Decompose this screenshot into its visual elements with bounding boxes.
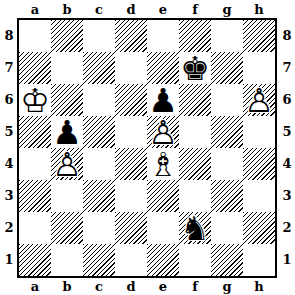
chess-diagram: ♚♚♚♔♟♟♟♙♟♟♟♙♟♙♝♗♞♞ aabbccddeeffgghh88776… bbox=[0, 0, 295, 295]
file-label-bottom-f: f bbox=[179, 279, 211, 294]
rank-label-left-8: 8 bbox=[1, 20, 17, 52]
square-a4[interactable] bbox=[19, 148, 51, 180]
rank-label-right-3: 3 bbox=[279, 180, 295, 212]
rank-label-left-1: 1 bbox=[1, 244, 17, 276]
black-knight: ♞ bbox=[179, 212, 211, 244]
square-h3[interactable] bbox=[243, 180, 275, 212]
rank-label-right-6: 6 bbox=[279, 84, 295, 116]
black-king-halo: ♚ bbox=[179, 52, 211, 84]
square-f2[interactable]: ♞♞ bbox=[179, 212, 211, 244]
rank-label-right-2: 2 bbox=[279, 212, 295, 244]
square-h4[interactable] bbox=[243, 148, 275, 180]
rank-label-right-1: 1 bbox=[279, 244, 295, 276]
square-e6[interactable]: ♟♟ bbox=[147, 84, 179, 116]
square-e7[interactable] bbox=[147, 52, 179, 84]
square-h8[interactable] bbox=[243, 20, 275, 52]
square-c1[interactable] bbox=[83, 244, 115, 276]
rank-label-right-8: 8 bbox=[279, 20, 295, 52]
square-b1[interactable] bbox=[51, 244, 83, 276]
square-c8[interactable] bbox=[83, 20, 115, 52]
white-pawn-halo: ♟ bbox=[51, 148, 83, 180]
square-a8[interactable] bbox=[19, 20, 51, 52]
rank-label-right-4: 4 bbox=[279, 148, 295, 180]
file-label-bottom-a: a bbox=[19, 279, 51, 294]
rank-label-left-7: 7 bbox=[1, 52, 17, 84]
file-label-top-h: h bbox=[243, 2, 275, 17]
square-b4[interactable]: ♟♙ bbox=[51, 148, 83, 180]
square-e2[interactable] bbox=[147, 212, 179, 244]
square-g3[interactable] bbox=[211, 180, 243, 212]
file-label-top-g: g bbox=[211, 2, 243, 17]
white-bishop: ♗ bbox=[147, 148, 179, 180]
rank-label-left-3: 3 bbox=[1, 180, 17, 212]
square-f5[interactable] bbox=[179, 116, 211, 148]
square-h7[interactable] bbox=[243, 52, 275, 84]
square-e8[interactable] bbox=[147, 20, 179, 52]
square-g8[interactable] bbox=[211, 20, 243, 52]
square-g2[interactable] bbox=[211, 212, 243, 244]
square-f4[interactable] bbox=[179, 148, 211, 180]
square-c3[interactable] bbox=[83, 180, 115, 212]
file-label-top-f: f bbox=[179, 2, 211, 17]
square-d3[interactable] bbox=[115, 180, 147, 212]
black-knight-halo: ♞ bbox=[179, 212, 211, 244]
black-pawn: ♟ bbox=[51, 116, 83, 148]
black-pawn-halo: ♟ bbox=[51, 116, 83, 148]
file-label-bottom-c: c bbox=[83, 279, 115, 294]
square-f6[interactable] bbox=[179, 84, 211, 116]
file-label-top-a: a bbox=[19, 2, 51, 17]
rank-label-left-4: 4 bbox=[1, 148, 17, 180]
white-bishop-halo: ♝ bbox=[147, 148, 179, 180]
square-d2[interactable] bbox=[115, 212, 147, 244]
square-c5[interactable] bbox=[83, 116, 115, 148]
square-g1[interactable] bbox=[211, 244, 243, 276]
square-a6[interactable]: ♚♔ bbox=[19, 84, 51, 116]
white-king: ♔ bbox=[19, 84, 51, 116]
square-h1[interactable] bbox=[243, 244, 275, 276]
square-h2[interactable] bbox=[243, 212, 275, 244]
file-label-top-d: d bbox=[115, 2, 147, 17]
file-label-bottom-e: e bbox=[147, 279, 179, 294]
square-e4[interactable]: ♝♗ bbox=[147, 148, 179, 180]
white-pawn-halo: ♟ bbox=[243, 84, 275, 116]
square-b7[interactable] bbox=[51, 52, 83, 84]
square-a5[interactable] bbox=[19, 116, 51, 148]
square-g6[interactable] bbox=[211, 84, 243, 116]
file-label-bottom-g: g bbox=[211, 279, 243, 294]
square-a2[interactable] bbox=[19, 212, 51, 244]
square-b3[interactable] bbox=[51, 180, 83, 212]
square-b6[interactable] bbox=[51, 84, 83, 116]
white-pawn-halo: ♟ bbox=[147, 116, 179, 148]
file-label-top-b: b bbox=[51, 2, 83, 17]
square-c6[interactable] bbox=[83, 84, 115, 116]
file-label-bottom-d: d bbox=[115, 279, 147, 294]
square-d6[interactable] bbox=[115, 84, 147, 116]
square-c4[interactable] bbox=[83, 148, 115, 180]
square-e5[interactable]: ♟♙ bbox=[147, 116, 179, 148]
file-label-bottom-b: b bbox=[51, 279, 83, 294]
square-f1[interactable] bbox=[179, 244, 211, 276]
square-b8[interactable] bbox=[51, 20, 83, 52]
square-d5[interactable] bbox=[115, 116, 147, 148]
rank-label-left-2: 2 bbox=[1, 212, 17, 244]
square-h6[interactable]: ♟♙ bbox=[243, 84, 275, 116]
square-g7[interactable] bbox=[211, 52, 243, 84]
black-king: ♚ bbox=[179, 52, 211, 84]
square-d1[interactable] bbox=[115, 244, 147, 276]
white-king-halo: ♚ bbox=[19, 84, 51, 116]
square-f3[interactable] bbox=[179, 180, 211, 212]
square-b2[interactable] bbox=[51, 212, 83, 244]
square-d8[interactable] bbox=[115, 20, 147, 52]
square-e3[interactable] bbox=[147, 180, 179, 212]
black-pawn: ♟ bbox=[147, 84, 179, 116]
square-a1[interactable] bbox=[19, 244, 51, 276]
rank-label-right-7: 7 bbox=[279, 52, 295, 84]
square-c7[interactable] bbox=[83, 52, 115, 84]
file-label-top-e: e bbox=[147, 2, 179, 17]
square-f8[interactable] bbox=[179, 20, 211, 52]
square-g5[interactable] bbox=[211, 116, 243, 148]
square-c2[interactable] bbox=[83, 212, 115, 244]
file-label-bottom-h: h bbox=[243, 279, 275, 294]
rank-label-left-6: 6 bbox=[1, 84, 17, 116]
rank-label-right-5: 5 bbox=[279, 116, 295, 148]
square-d7[interactable] bbox=[115, 52, 147, 84]
square-d4[interactable] bbox=[115, 148, 147, 180]
square-h5[interactable] bbox=[243, 116, 275, 148]
white-pawn: ♙ bbox=[147, 116, 179, 148]
square-e1[interactable] bbox=[147, 244, 179, 276]
file-label-top-c: c bbox=[83, 2, 115, 17]
square-a3[interactable] bbox=[19, 180, 51, 212]
square-b5[interactable]: ♟♟ bbox=[51, 116, 83, 148]
white-pawn: ♙ bbox=[243, 84, 275, 116]
white-pawn: ♙ bbox=[51, 148, 83, 180]
square-g4[interactable] bbox=[211, 148, 243, 180]
square-a7[interactable] bbox=[19, 52, 51, 84]
square-f7[interactable]: ♚♚ bbox=[179, 52, 211, 84]
black-pawn-halo: ♟ bbox=[147, 84, 179, 116]
chess-board: ♚♚♚♔♟♟♟♙♟♟♟♙♟♙♝♗♞♞ bbox=[17, 18, 277, 278]
rank-label-left-5: 5 bbox=[1, 116, 17, 148]
